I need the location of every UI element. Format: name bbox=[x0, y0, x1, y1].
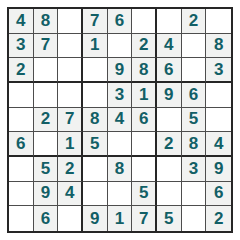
cell-r4c3[interactable] bbox=[58, 83, 83, 108]
cell-r6c9[interactable]: 4 bbox=[206, 132, 231, 157]
cell-r9c9[interactable]: 2 bbox=[206, 206, 231, 231]
cell-r9c7[interactable]: 5 bbox=[157, 206, 182, 231]
cell-r8c3[interactable]: 4 bbox=[58, 182, 83, 207]
cell-r2c6[interactable]: 2 bbox=[132, 34, 157, 59]
cell-r6c4[interactable]: 5 bbox=[83, 132, 108, 157]
cell-r6c7[interactable]: 2 bbox=[157, 132, 182, 157]
cell-r9c3[interactable] bbox=[58, 206, 83, 231]
cell-r5c8[interactable]: 5 bbox=[182, 108, 207, 133]
cell-r1c3[interactable] bbox=[58, 9, 83, 34]
cell-r9c4[interactable]: 9 bbox=[83, 206, 108, 231]
cell-r5c2[interactable]: 2 bbox=[34, 108, 59, 133]
cell-r1c8[interactable]: 2 bbox=[182, 9, 207, 34]
cell-r1c1[interactable]: 4 bbox=[9, 9, 34, 34]
cell-r3c3[interactable] bbox=[58, 58, 83, 83]
cell-r2c8[interactable] bbox=[182, 34, 207, 59]
cell-r6c6[interactable] bbox=[132, 132, 157, 157]
cell-r2c3[interactable] bbox=[58, 34, 83, 59]
cell-r8c1[interactable] bbox=[9, 182, 34, 207]
sudoku-page: 4876237124829863319627846561528452839945… bbox=[0, 0, 240, 240]
cell-r5c6[interactable]: 6 bbox=[132, 108, 157, 133]
cell-r8c9[interactable]: 6 bbox=[206, 182, 231, 207]
cell-r8c4[interactable] bbox=[83, 182, 108, 207]
cell-r3c1[interactable]: 2 bbox=[9, 58, 34, 83]
cell-r7c8[interactable]: 3 bbox=[182, 157, 207, 182]
cell-r5c5[interactable]: 4 bbox=[108, 108, 133, 133]
cell-r9c6[interactable]: 7 bbox=[132, 206, 157, 231]
cell-r1c5[interactable]: 6 bbox=[108, 9, 133, 34]
cell-r1c4[interactable]: 7 bbox=[83, 9, 108, 34]
cell-r5c3[interactable]: 7 bbox=[58, 108, 83, 133]
cell-r7c3[interactable]: 2 bbox=[58, 157, 83, 182]
cell-r8c7[interactable] bbox=[157, 182, 182, 207]
cell-r2c4[interactable]: 1 bbox=[83, 34, 108, 59]
cell-r3c2[interactable] bbox=[34, 58, 59, 83]
cell-r6c1[interactable]: 6 bbox=[9, 132, 34, 157]
cell-r9c8[interactable] bbox=[182, 206, 207, 231]
cell-r1c6[interactable] bbox=[132, 9, 157, 34]
cell-r3c4[interactable] bbox=[83, 58, 108, 83]
cell-r4c9[interactable] bbox=[206, 83, 231, 108]
cell-r4c6[interactable]: 1 bbox=[132, 83, 157, 108]
cell-r2c5[interactable] bbox=[108, 34, 133, 59]
cell-r2c2[interactable]: 7 bbox=[34, 34, 59, 59]
cell-r5c1[interactable] bbox=[9, 108, 34, 133]
cell-r6c8[interactable]: 8 bbox=[182, 132, 207, 157]
cell-r2c9[interactable]: 8 bbox=[206, 34, 231, 59]
cell-r1c2[interactable]: 8 bbox=[34, 9, 59, 34]
cell-r1c7[interactable] bbox=[157, 9, 182, 34]
cell-r8c8[interactable] bbox=[182, 182, 207, 207]
cell-r4c8[interactable]: 6 bbox=[182, 83, 207, 108]
cell-r2c1[interactable]: 3 bbox=[9, 34, 34, 59]
cell-r3c7[interactable]: 6 bbox=[157, 58, 182, 83]
cell-r3c8[interactable] bbox=[182, 58, 207, 83]
cell-r3c9[interactable]: 3 bbox=[206, 58, 231, 83]
cell-r5c4[interactable]: 8 bbox=[83, 108, 108, 133]
cell-r2c7[interactable]: 4 bbox=[157, 34, 182, 59]
cell-r1c9[interactable] bbox=[206, 9, 231, 34]
cell-r8c2[interactable]: 9 bbox=[34, 182, 59, 207]
cell-r4c7[interactable]: 9 bbox=[157, 83, 182, 108]
cell-r6c2[interactable] bbox=[34, 132, 59, 157]
cell-r3c5[interactable]: 9 bbox=[108, 58, 133, 83]
cell-r9c5[interactable]: 1 bbox=[108, 206, 133, 231]
cell-r6c5[interactable] bbox=[108, 132, 133, 157]
cell-r4c5[interactable]: 3 bbox=[108, 83, 133, 108]
cell-r9c1[interactable] bbox=[9, 206, 34, 231]
cell-r3c6[interactable]: 8 bbox=[132, 58, 157, 83]
cell-r7c4[interactable] bbox=[83, 157, 108, 182]
cell-r6c3[interactable]: 1 bbox=[58, 132, 83, 157]
cell-r7c7[interactable] bbox=[157, 157, 182, 182]
cell-r5c7[interactable] bbox=[157, 108, 182, 133]
cell-r8c5[interactable] bbox=[108, 182, 133, 207]
cell-r4c2[interactable] bbox=[34, 83, 59, 108]
cell-r9c2[interactable]: 6 bbox=[34, 206, 59, 231]
cell-r7c1[interactable] bbox=[9, 157, 34, 182]
cell-r4c1[interactable] bbox=[9, 83, 34, 108]
cell-r7c5[interactable]: 8 bbox=[108, 157, 133, 182]
cell-r7c9[interactable]: 9 bbox=[206, 157, 231, 182]
cell-r4c4[interactable] bbox=[83, 83, 108, 108]
cell-r7c2[interactable]: 5 bbox=[34, 157, 59, 182]
cell-r8c6[interactable]: 5 bbox=[132, 182, 157, 207]
sudoku-board: 4876237124829863319627846561528452839945… bbox=[7, 7, 233, 233]
cell-r5c9[interactable] bbox=[206, 108, 231, 133]
cell-r7c6[interactable] bbox=[132, 157, 157, 182]
